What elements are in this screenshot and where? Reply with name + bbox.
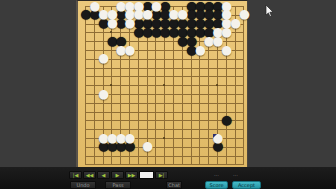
white-stone[interactable]: ● [107,134,116,143]
footer-bar: |◀◀◀◀▶▶▶▶| ··· ··· Undo Pass Chat Score … [0,167,336,189]
status-text-right: ··· [233,172,238,178]
black-stone[interactable]: ● [186,46,195,55]
action-buttons: Undo Pass Chat [70,181,183,189]
go-to-move-button[interactable]: ▶| [155,171,168,179]
nav-button-1[interactable]: ◀◀ [83,171,96,179]
white-stone[interactable]: ● [125,46,134,55]
black-stone[interactable]: ● [160,28,169,37]
last-move-marker [213,134,217,138]
black-stone[interactable]: ● [107,37,116,46]
stones-layer: ●●●●●●●●●●●●●●●●●●●●●●●●●●●●●●●●●●●●●●●●… [81,2,248,169]
chat-button[interactable]: Chat [166,181,182,189]
star-point [163,84,165,86]
nav-button-3[interactable]: ▶ [111,171,124,179]
white-stone[interactable]: ● [98,10,107,19]
white-stone[interactable]: ● [98,54,107,63]
black-stone[interactable]: ● [177,37,186,46]
mouse-cursor [265,5,274,18]
move-navigation: |◀◀◀◀▶▶▶▶| [69,171,169,179]
go-board[interactable]: ●●●●●●●●●●●●●●●●●●●●●●●●●●●●●●●●●●●●●●●●… [76,0,248,170]
move-number-input[interactable] [139,171,154,179]
white-stone[interactable]: ● [116,46,125,55]
white-stone[interactable]: ● [142,10,151,19]
white-stone[interactable]: ● [89,2,98,11]
white-stone[interactable]: ● [116,134,125,143]
white-stone[interactable]: ● [195,46,204,55]
nav-button-2[interactable]: ◀ [97,171,110,179]
white-stone[interactable]: ● [213,134,222,143]
black-stone[interactable]: ● [221,116,230,125]
score-button[interactable]: Score [205,181,228,189]
accept-button[interactable]: Accept [232,181,261,189]
undo-button[interactable]: Undo [70,181,96,189]
white-stone[interactable]: ● [98,134,107,143]
status-text-left: ··· [214,172,219,178]
black-stone[interactable]: ● [151,28,160,37]
white-stone[interactable]: ● [107,19,116,28]
nav-button-0[interactable]: |◀ [69,171,82,179]
white-stone[interactable]: ● [177,10,186,19]
white-stone[interactable]: ● [98,90,107,99]
nav-button-4[interactable]: ▶▶ [125,171,138,179]
star-point [163,137,165,139]
black-stone[interactable]: ● [142,28,151,37]
star-point [110,84,112,86]
white-stone[interactable]: ● [142,142,151,151]
white-stone[interactable]: ● [125,19,134,28]
white-stone[interactable]: ● [125,134,134,143]
star-point [216,84,218,86]
pass-button[interactable]: Pass [105,181,131,189]
white-stone[interactable]: ● [221,46,230,55]
